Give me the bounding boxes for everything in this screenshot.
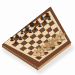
black-pawn-piece: ♟: [47, 15, 52, 21]
chess-board-scene: ♜♞♝♛♚♝♞♜♟♟♟♟♟♟♟♟♟♟♟♟♟♟♟♟♜♞♝♛♚♝♞♜: [0, 0, 75, 75]
chess-set-product-photo: ♜♞♝♛♚♝♞♜♟♟♟♟♟♟♟♟♟♟♟♟♟♟♟♟♜♞♝♛♚♝♞♜: [0, 0, 75, 75]
white-rook-piece: ♜: [59, 32, 67, 42]
